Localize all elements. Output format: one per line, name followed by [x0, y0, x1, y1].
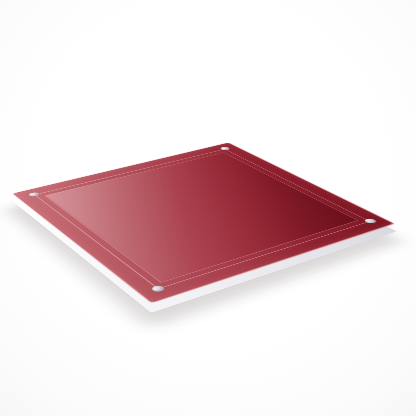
product-photo-scene: [0, 0, 416, 416]
board-stage: [61, 72, 333, 344]
corner-standoff: [363, 218, 378, 224]
chess-board: [15, 143, 393, 302]
board-top: [15, 143, 393, 302]
